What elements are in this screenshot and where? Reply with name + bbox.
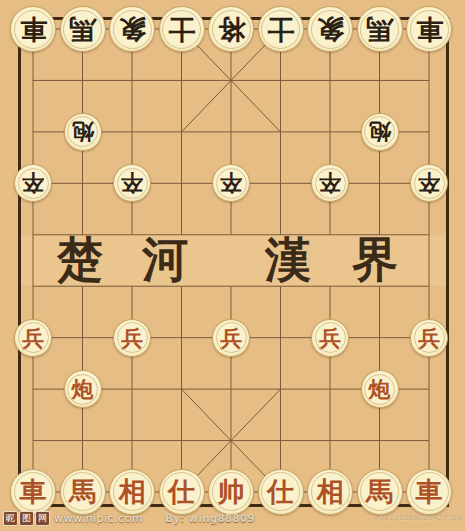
nipic-logo: 昵图网 — [3, 511, 50, 526]
piece-character: 兵 — [319, 327, 341, 349]
black-chariot[interactable]: 車 — [10, 6, 56, 52]
piece-character: 車 — [416, 16, 443, 43]
black-general[interactable]: 将 — [208, 6, 254, 52]
piece-character: 帅 — [218, 478, 245, 505]
board-point[interactable] — [8, 55, 58, 106]
board-point[interactable] — [157, 55, 207, 106]
board-point[interactable] — [58, 415, 108, 466]
board-point[interactable] — [157, 158, 207, 209]
board-point[interactable]: 兵 — [8, 312, 58, 363]
board-point[interactable] — [404, 106, 454, 157]
board-point[interactable] — [157, 260, 207, 311]
piece-character: 相 — [317, 478, 344, 505]
board-point[interactable]: 車 — [8, 3, 58, 54]
board-point[interactable]: 卒 — [404, 158, 454, 209]
board-point[interactable] — [256, 106, 306, 157]
board-point[interactable] — [107, 209, 157, 260]
xiangqi-board: 車馬象士将士象馬車炮炮卒卒卒卒卒兵兵兵兵兵炮炮車馬相仕帅仕相馬車 — [8, 3, 454, 517]
red-soldier[interactable]: 兵 — [410, 319, 448, 357]
board-point[interactable] — [404, 55, 454, 106]
board-point[interactable] — [8, 363, 58, 414]
board-point[interactable]: 車 — [404, 3, 454, 54]
board-point[interactable] — [305, 209, 355, 260]
board-point[interactable] — [256, 363, 306, 414]
nipic-logo-character: 网 — [35, 511, 50, 526]
piece-character: 将 — [218, 16, 245, 43]
board-point[interactable]: 炮 — [58, 106, 108, 157]
xiangqi-screenshot: 車馬象士将士象馬車炮炮卒卒卒卒卒兵兵兵兵兵炮炮車馬相仕帅仕相馬車 楚河漢界 昵图… — [0, 0, 465, 531]
board-point[interactable] — [305, 55, 355, 106]
piece-character: 車 — [20, 478, 47, 505]
board-point[interactable]: 兵 — [305, 312, 355, 363]
board-point[interactable] — [107, 106, 157, 157]
board-point[interactable] — [58, 158, 108, 209]
red-soldier[interactable]: 兵 — [113, 319, 151, 357]
board-point[interactable] — [256, 209, 306, 260]
piece-character: 炮 — [72, 378, 94, 400]
piece-character: 車 — [416, 478, 443, 505]
piece-character: 馬 — [366, 478, 393, 505]
board-point[interactable] — [8, 260, 58, 311]
board-point[interactable] — [157, 106, 207, 157]
black-soldier[interactable]: 卒 — [311, 164, 349, 202]
board-point[interactable]: 兵 — [404, 312, 454, 363]
board-point[interactable]: 将 — [206, 3, 256, 54]
nipic-logo-character: 昵 — [3, 511, 18, 526]
board-point[interactable] — [305, 415, 355, 466]
black-chariot[interactable]: 車 — [406, 6, 452, 52]
board-point[interactable] — [157, 415, 207, 466]
board-point[interactable] — [206, 415, 256, 466]
black-horse[interactable]: 馬 — [357, 6, 403, 52]
black-soldier[interactable]: 卒 — [113, 164, 151, 202]
piece-character: 車 — [20, 16, 47, 43]
board-point[interactable] — [58, 209, 108, 260]
black-horse[interactable]: 馬 — [60, 6, 106, 52]
black-cannon[interactable]: 炮 — [361, 113, 399, 151]
board-point[interactable] — [107, 55, 157, 106]
board-point[interactable] — [206, 209, 256, 260]
board-point[interactable] — [206, 55, 256, 106]
board-point[interactable]: 士 — [157, 3, 207, 54]
board-point[interactable] — [355, 312, 405, 363]
piece-character: 炮 — [72, 121, 94, 143]
piece-character: 馬 — [69, 478, 96, 505]
red-soldier[interactable]: 兵 — [14, 319, 52, 357]
board-point[interactable] — [58, 55, 108, 106]
piece-character: 卒 — [22, 172, 44, 194]
black-elephant[interactable]: 象 — [307, 6, 353, 52]
watermark-author: By: wing88809 — [165, 513, 255, 524]
board-point[interactable]: 士 — [256, 3, 306, 54]
board-point[interactable]: 炮 — [355, 106, 405, 157]
board-point[interactable] — [157, 363, 207, 414]
red-cannon[interactable]: 炮 — [361, 370, 399, 408]
board-point[interactable] — [355, 260, 405, 311]
black-soldier[interactable]: 卒 — [212, 164, 250, 202]
board-point[interactable] — [256, 415, 306, 466]
piece-character: 仕 — [267, 478, 294, 505]
board-point[interactable]: 兵 — [206, 312, 256, 363]
board-point[interactable] — [305, 363, 355, 414]
piece-character: 卒 — [220, 172, 242, 194]
red-soldier[interactable]: 兵 — [311, 319, 349, 357]
nipic-logo-character: 图 — [19, 511, 34, 526]
board-point[interactable] — [107, 415, 157, 466]
piece-character: 象 — [317, 16, 344, 43]
board-point[interactable] — [8, 106, 58, 157]
board-point[interactable]: 炮 — [355, 363, 405, 414]
board-point[interactable]: 炮 — [58, 363, 108, 414]
piece-character: 卒 — [319, 172, 341, 194]
board-point[interactable] — [58, 260, 108, 311]
piece-character: 士 — [267, 16, 294, 43]
board-point[interactable]: 卒 — [206, 158, 256, 209]
red-cannon[interactable]: 炮 — [64, 370, 102, 408]
board-point[interactable]: 象 — [107, 3, 157, 54]
board-point[interactable] — [157, 312, 207, 363]
board-point[interactable] — [8, 209, 58, 260]
board-point[interactable] — [206, 363, 256, 414]
black-advisor[interactable]: 士 — [159, 6, 205, 52]
board-point[interactable] — [206, 106, 256, 157]
piece-character: 卒 — [121, 172, 143, 194]
board-point[interactable] — [355, 415, 405, 466]
piece-character: 相 — [119, 478, 146, 505]
board-point[interactable] — [355, 55, 405, 106]
board-point[interactable] — [305, 106, 355, 157]
watermark-url: www.nipic.com — [54, 512, 143, 525]
board-point[interactable]: 卒 — [107, 158, 157, 209]
board-point[interactable] — [256, 312, 306, 363]
board-point[interactable] — [157, 209, 207, 260]
piece-character: 兵 — [121, 327, 143, 349]
piece-character: 炮 — [369, 378, 391, 400]
board-point[interactable]: 卒 — [8, 158, 58, 209]
watermark-bar: 昵图网 www.nipic.com By: wing88809 #2011120… — [0, 505, 465, 531]
piece-character: 炮 — [369, 121, 391, 143]
board-point[interactable]: 馬 — [355, 3, 405, 54]
black-elephant[interactable]: 象 — [109, 6, 155, 52]
piece-character: 兵 — [22, 327, 44, 349]
board-point[interactable] — [256, 55, 306, 106]
watermark-id: #20111209225427716 — [373, 514, 462, 522]
black-cannon[interactable]: 炮 — [64, 113, 102, 151]
red-soldier[interactable]: 兵 — [212, 319, 250, 357]
piece-character: 仕 — [168, 478, 195, 505]
board-point[interactable] — [355, 209, 405, 260]
board-point[interactable] — [256, 158, 306, 209]
board-point[interactable] — [355, 158, 405, 209]
board-point[interactable]: 卒 — [305, 158, 355, 209]
board-point[interactable] — [256, 260, 306, 311]
piece-character: 兵 — [220, 327, 242, 349]
piece-character: 兵 — [418, 327, 440, 349]
board-point[interactable]: 象 — [305, 3, 355, 54]
board-point[interactable] — [404, 415, 454, 466]
board-point[interactable] — [305, 260, 355, 311]
black-soldier[interactable]: 卒 — [14, 164, 52, 202]
piece-character: 卒 — [418, 172, 440, 194]
board-point[interactable] — [107, 260, 157, 311]
board-point[interactable] — [206, 260, 256, 311]
board-point[interactable] — [58, 312, 108, 363]
piece-character: 士 — [168, 16, 195, 43]
black-advisor[interactable]: 士 — [258, 6, 304, 52]
board-point[interactable] — [404, 363, 454, 414]
board-point[interactable]: 兵 — [107, 312, 157, 363]
board-point[interactable]: 馬 — [58, 3, 108, 54]
board-point[interactable] — [107, 363, 157, 414]
board-point[interactable] — [404, 260, 454, 311]
piece-character: 馬 — [366, 16, 393, 43]
black-soldier[interactable]: 卒 — [410, 164, 448, 202]
piece-character: 象 — [119, 16, 146, 43]
board-point[interactable] — [404, 209, 454, 260]
board-point[interactable] — [8, 415, 58, 466]
piece-character: 馬 — [69, 16, 96, 43]
